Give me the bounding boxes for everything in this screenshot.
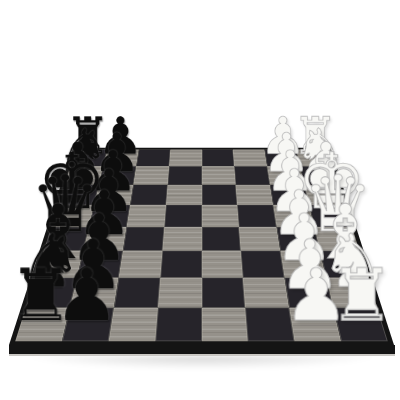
square-b1: ♞ [326,278,377,308]
square-d6 [123,227,164,251]
board-shadow [24,356,380,370]
square-h5 [169,149,202,166]
square-d2: ♟ [277,227,320,251]
square-a8: ♜ [15,308,69,341]
square-h8: ♜ [70,149,107,166]
square-e7: ♟ [89,205,130,227]
square-c6 [118,251,162,278]
square-g7: ♟ [99,166,136,184]
square-c1: ♝ [320,251,368,278]
square-f1: ♝ [304,185,345,205]
square-d8: ♛ [44,227,89,251]
square-e3 [237,205,276,227]
square-c5 [160,251,202,278]
chess-board: ♜♟♟♜♞♟♟♞♝♟♟♝♚♟♟♚♛♟♟♛♝♟♟♝♞♟♟♞♜♟♟♜ [9,148,394,345]
square-c4 [202,251,244,278]
board-front-edge [9,345,395,356]
square-a6 [108,308,157,341]
square-g2: ♟ [267,166,304,184]
square-d5 [162,227,202,251]
square-e2: ♟ [273,205,314,227]
square-h3 [233,149,267,166]
square-g3 [234,166,270,184]
square-b7: ♟ [70,278,119,308]
square-g1: ♞ [300,166,339,184]
square-a3 [245,308,294,341]
square-g8: ♞ [65,166,104,184]
square-a7: ♟ [62,308,114,341]
square-a1: ♜ [333,308,387,341]
square-e1: ♚ [309,205,352,227]
white-rook: ♜ [292,110,338,161]
square-f5 [166,185,202,205]
square-g4 [202,166,236,184]
square-e6 [126,205,165,227]
square-d4 [202,227,241,251]
square-f8: ♝ [58,185,99,205]
square-a4 [202,308,249,341]
square-b6 [114,278,160,308]
square-f7: ♟ [94,185,133,205]
square-c3 [241,251,285,278]
square-a2: ♟ [289,308,341,341]
square-b2: ♟ [285,278,334,308]
square-h4 [202,149,235,166]
square-c2: ♟ [281,251,327,278]
square-c8: ♝ [35,251,83,278]
square-d3 [239,227,280,251]
square-b8: ♞ [26,278,77,308]
perspective-wrapper: ♜♟♟♜♞♟♟♞♝♟♟♝♚♟♟♚♛♟♟♛♝♟♟♝♞♟♟♞♜♟♟♜ [0,0,400,400]
square-h7: ♟ [103,149,138,166]
square-e4 [202,205,240,227]
chess-set-photo: ♜♟♟♜♞♟♟♞♝♟♟♝♚♟♟♚♛♟♟♛♝♟♟♝♞♟♟♞♜♟♟♜ [0,0,400,400]
square-g5 [167,166,201,184]
square-h1: ♜ [296,149,333,166]
square-d7: ♟ [83,227,126,251]
square-b4 [202,278,246,308]
black-rook: ♜ [65,110,111,161]
square-g6 [133,166,169,184]
square-h2: ♟ [265,149,300,166]
square-f3 [236,185,273,205]
square-f4 [202,185,238,205]
square-c7: ♟ [77,251,123,278]
square-h6 [136,149,170,166]
square-e8: ♚ [51,205,94,227]
square-f6 [130,185,167,205]
square-b3 [243,278,289,308]
square-f2: ♟ [270,185,309,205]
square-a5 [155,308,202,341]
square-d1: ♛ [314,227,359,251]
square-b5 [158,278,202,308]
square-e5 [164,205,202,227]
